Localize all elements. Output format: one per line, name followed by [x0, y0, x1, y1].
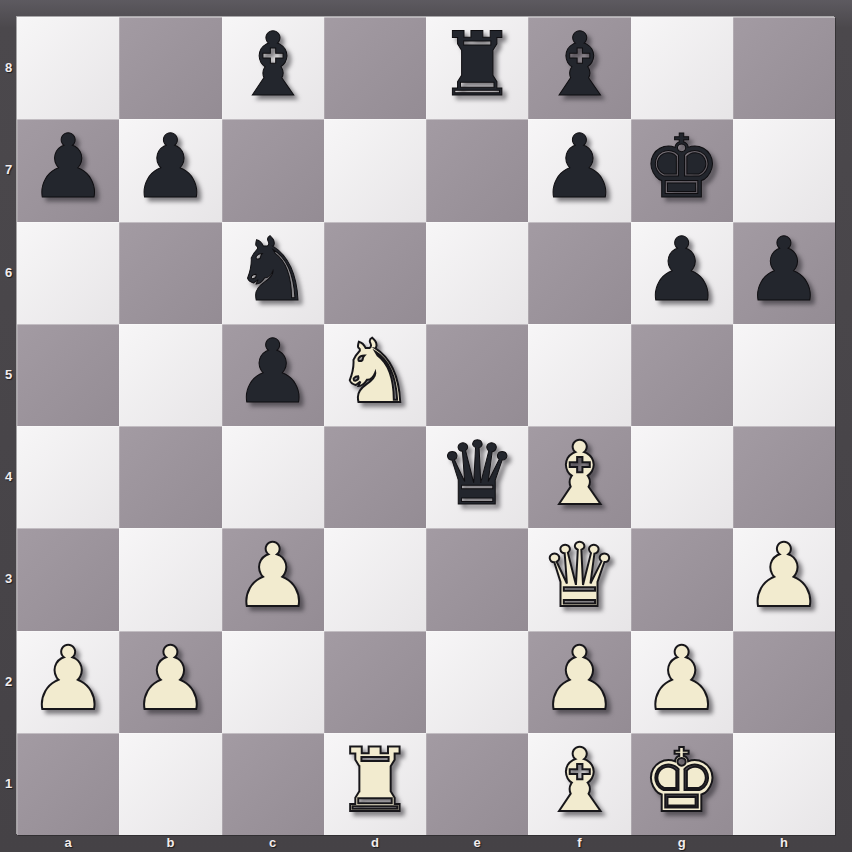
square-f1[interactable]: ♝ — [528, 733, 630, 835]
black-pawn-icon[interactable]: ♟ — [29, 123, 108, 211]
square-a6[interactable] — [17, 222, 119, 324]
square-g1[interactable]: ♚ — [631, 733, 733, 835]
square-b2[interactable]: ♟ — [119, 631, 221, 733]
square-h5[interactable] — [733, 324, 835, 426]
square-c7[interactable] — [222, 119, 324, 221]
square-h7[interactable] — [733, 119, 835, 221]
white-bishop-icon[interactable]: ♝ — [540, 737, 619, 825]
square-g2[interactable]: ♟ — [631, 631, 733, 733]
square-a3[interactable] — [17, 528, 119, 630]
square-c5[interactable]: ♟ — [222, 324, 324, 426]
square-g4[interactable] — [631, 426, 733, 528]
square-f5[interactable] — [528, 324, 630, 426]
square-d8[interactable] — [324, 17, 426, 119]
white-bishop-icon[interactable]: ♝ — [540, 430, 619, 518]
board-frame: ♝♜♝♟♟♟♚♞♟♟♟♞♛♝♟♛♟♟♟♟♟♜♝♚ 87654321abcdefg… — [0, 0, 852, 852]
square-d3[interactable] — [324, 528, 426, 630]
square-b3[interactable] — [119, 528, 221, 630]
square-d6[interactable] — [324, 222, 426, 324]
square-h8[interactable] — [733, 17, 835, 119]
square-b1[interactable] — [119, 733, 221, 835]
rank-label-6: 6 — [0, 265, 17, 280]
rank-label-3: 3 — [0, 571, 17, 586]
square-c3[interactable]: ♟ — [222, 528, 324, 630]
file-label-d: d — [324, 833, 426, 852]
white-queen-icon[interactable]: ♛ — [540, 532, 619, 620]
square-c1[interactable] — [222, 733, 324, 835]
rank-label-7: 7 — [0, 162, 17, 177]
square-e6[interactable] — [426, 222, 528, 324]
file-label-e: e — [426, 833, 528, 852]
square-g3[interactable] — [631, 528, 733, 630]
square-h3[interactable]: ♟ — [733, 528, 835, 630]
white-pawn-icon[interactable]: ♟ — [233, 532, 312, 620]
rank-label-1: 1 — [0, 776, 17, 791]
square-d1[interactable]: ♜ — [324, 733, 426, 835]
file-label-g: g — [631, 833, 733, 852]
square-h2[interactable] — [733, 631, 835, 733]
white-rook-icon[interactable]: ♜ — [335, 737, 414, 825]
square-d5[interactable]: ♞ — [324, 324, 426, 426]
black-pawn-icon[interactable]: ♟ — [540, 123, 619, 211]
square-b7[interactable]: ♟ — [119, 119, 221, 221]
square-e7[interactable] — [426, 119, 528, 221]
file-label-b: b — [119, 833, 221, 852]
black-pawn-icon[interactable]: ♟ — [131, 123, 210, 211]
square-f4[interactable]: ♝ — [528, 426, 630, 528]
file-label-a: a — [17, 833, 119, 852]
black-pawn-icon[interactable]: ♟ — [233, 328, 312, 416]
square-e3[interactable] — [426, 528, 528, 630]
white-pawn-icon[interactable]: ♟ — [642, 635, 721, 723]
file-label-h: h — [733, 833, 835, 852]
square-d7[interactable] — [324, 119, 426, 221]
square-a2[interactable]: ♟ — [17, 631, 119, 733]
chess-board: ♝♜♝♟♟♟♚♞♟♟♟♞♛♝♟♛♟♟♟♟♟♜♝♚ — [17, 17, 835, 835]
square-h6[interactable]: ♟ — [733, 222, 835, 324]
square-b8[interactable] — [119, 17, 221, 119]
black-bishop-icon[interactable]: ♝ — [233, 21, 312, 109]
square-f2[interactable]: ♟ — [528, 631, 630, 733]
square-a7[interactable]: ♟ — [17, 119, 119, 221]
file-label-f: f — [528, 833, 630, 852]
square-a1[interactable] — [17, 733, 119, 835]
square-d4[interactable] — [324, 426, 426, 528]
square-a4[interactable] — [17, 426, 119, 528]
square-h1[interactable] — [733, 733, 835, 835]
square-a5[interactable] — [17, 324, 119, 426]
square-f3[interactable]: ♛ — [528, 528, 630, 630]
rank-label-4: 4 — [0, 469, 17, 484]
square-e2[interactable] — [426, 631, 528, 733]
black-pawn-icon[interactable]: ♟ — [642, 226, 721, 314]
square-c4[interactable] — [222, 426, 324, 528]
black-king-icon[interactable]: ♚ — [642, 123, 721, 211]
rank-label-5: 5 — [0, 367, 17, 382]
square-e8[interactable]: ♜ — [426, 17, 528, 119]
white-pawn-icon[interactable]: ♟ — [29, 635, 108, 723]
square-g6[interactable]: ♟ — [631, 222, 733, 324]
square-g7[interactable]: ♚ — [631, 119, 733, 221]
black-knight-icon[interactable]: ♞ — [233, 226, 312, 314]
black-rook-icon[interactable]: ♜ — [438, 21, 517, 109]
rank-label-2: 2 — [0, 674, 17, 689]
white-king-icon[interactable]: ♚ — [642, 737, 721, 825]
square-f6[interactable] — [528, 222, 630, 324]
square-b5[interactable] — [119, 324, 221, 426]
square-f8[interactable]: ♝ — [528, 17, 630, 119]
square-h4[interactable] — [733, 426, 835, 528]
square-c2[interactable] — [222, 631, 324, 733]
square-b6[interactable] — [119, 222, 221, 324]
square-e1[interactable] — [426, 733, 528, 835]
square-b4[interactable] — [119, 426, 221, 528]
square-d2[interactable] — [324, 631, 426, 733]
square-g8[interactable] — [631, 17, 733, 119]
black-bishop-icon[interactable]: ♝ — [540, 21, 619, 109]
square-a8[interactable] — [17, 17, 119, 119]
file-label-c: c — [222, 833, 324, 852]
white-pawn-icon[interactable]: ♟ — [131, 635, 210, 723]
rank-label-8: 8 — [0, 60, 17, 75]
black-pawn-icon[interactable]: ♟ — [744, 226, 823, 314]
square-e4[interactable]: ♛ — [426, 426, 528, 528]
square-f7[interactable]: ♟ — [528, 119, 630, 221]
white-pawn-icon[interactable]: ♟ — [540, 635, 619, 723]
square-c6[interactable]: ♞ — [222, 222, 324, 324]
white-knight-icon[interactable]: ♞ — [335, 328, 414, 416]
square-c8[interactable]: ♝ — [222, 17, 324, 119]
square-g5[interactable] — [631, 324, 733, 426]
black-queen-icon[interactable]: ♛ — [438, 430, 517, 518]
square-e5[interactable] — [426, 324, 528, 426]
white-pawn-icon[interactable]: ♟ — [744, 532, 823, 620]
